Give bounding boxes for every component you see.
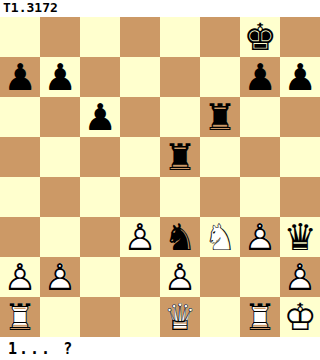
square-g2[interactable] [240,257,280,297]
square-g7[interactable]: ♟ [240,57,280,97]
square-b5[interactable] [40,137,80,177]
square-c4[interactable] [80,177,120,217]
square-f1[interactable] [200,297,240,337]
square-f7[interactable] [200,57,240,97]
move-prompt: 1... ? [0,337,320,360]
black-pawn-piece: ♟ [40,57,80,97]
black-knight-piece: ♞ [160,217,200,257]
square-b6[interactable] [40,97,80,137]
square-a7[interactable]: ♟ [0,57,40,97]
square-e6[interactable] [160,97,200,137]
square-g4[interactable] [240,177,280,217]
white-king-piece: ♔ [280,297,320,337]
square-a4[interactable] [0,177,40,217]
square-b1[interactable] [40,297,80,337]
square-g5[interactable] [240,137,280,177]
white-rook-piece: ♖ [240,297,280,337]
black-pawn-piece: ♟ [80,97,120,137]
square-h7[interactable]: ♟ [280,57,320,97]
square-g1[interactable]: ♜♖ [240,297,280,337]
square-f4[interactable] [200,177,240,217]
square-h1[interactable]: ♚♔ [280,297,320,337]
square-e8[interactable] [160,17,200,57]
square-h6[interactable] [280,97,320,137]
square-f8[interactable] [200,17,240,57]
square-e1[interactable]: ♛♕ [160,297,200,337]
square-f2[interactable] [200,257,240,297]
black-pawn-piece: ♟ [280,57,320,97]
square-c7[interactable] [80,57,120,97]
square-e4[interactable] [160,177,200,217]
square-d6[interactable] [120,97,160,137]
square-d7[interactable] [120,57,160,97]
white-rook-piece: ♖ [0,297,40,337]
white-pawn-piece: ♙ [120,217,160,257]
square-e2[interactable]: ♟♙ [160,257,200,297]
black-pawn-piece: ♟ [240,57,280,97]
square-c8[interactable] [80,17,120,57]
square-c5[interactable] [80,137,120,177]
black-queen-piece: ♛ [280,217,320,257]
square-e7[interactable] [160,57,200,97]
black-king-piece: ♚ [240,17,280,57]
square-f6[interactable]: ♜ [200,97,240,137]
square-b3[interactable] [40,217,80,257]
square-b7[interactable]: ♟ [40,57,80,97]
square-c1[interactable] [80,297,120,337]
white-knight-piece: ♘ [200,217,240,257]
square-a3[interactable] [0,217,40,257]
square-d5[interactable] [120,137,160,177]
square-b4[interactable] [40,177,80,217]
black-pawn-piece: ♟ [0,57,40,97]
square-f3[interactable]: ♞♘ [200,217,240,257]
square-d8[interactable] [120,17,160,57]
square-d1[interactable] [120,297,160,337]
square-c2[interactable] [80,257,120,297]
square-e3[interactable]: ♞ [160,217,200,257]
square-d3[interactable]: ♟♙ [120,217,160,257]
square-a2[interactable]: ♟♙ [0,257,40,297]
white-pawn-piece: ♙ [0,257,40,297]
square-g8[interactable]: ♚ [240,17,280,57]
white-pawn-piece: ♙ [160,257,200,297]
square-d2[interactable] [120,257,160,297]
square-a1[interactable]: ♜♖ [0,297,40,337]
square-a5[interactable] [0,137,40,177]
square-e5[interactable]: ♜ [160,137,200,177]
chess-board: ♚♟♟♟♟♟♜♜♟♙♞♞♘♟♙♛♟♙♟♙♟♙♟♙♜♖♛♕♜♖♚♔ [0,17,320,337]
square-h3[interactable]: ♛ [280,217,320,257]
square-b8[interactable] [40,17,80,57]
square-f5[interactable] [200,137,240,177]
square-h8[interactable] [280,17,320,57]
square-c6[interactable]: ♟ [80,97,120,137]
white-pawn-piece: ♙ [40,257,80,297]
square-h2[interactable]: ♟♙ [280,257,320,297]
white-queen-piece: ♕ [160,297,200,337]
black-rook-piece: ♜ [160,137,200,177]
white-pawn-piece: ♙ [240,217,280,257]
square-d4[interactable] [120,177,160,217]
square-h4[interactable] [280,177,320,217]
square-g3[interactable]: ♟♙ [240,217,280,257]
square-a6[interactable] [0,97,40,137]
square-c3[interactable] [80,217,120,257]
square-a8[interactable] [0,17,40,57]
square-b2[interactable]: ♟♙ [40,257,80,297]
square-g6[interactable] [240,97,280,137]
puzzle-title: T1.3172 [0,0,320,17]
black-rook-piece: ♜ [200,97,240,137]
square-h5[interactable] [280,137,320,177]
white-pawn-piece: ♙ [280,257,320,297]
